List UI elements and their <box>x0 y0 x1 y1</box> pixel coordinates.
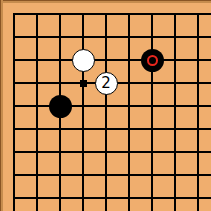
grid-line-horizontal <box>13 105 211 107</box>
black-stone <box>141 49 164 72</box>
board-frame-top-edge <box>0 0 211 3</box>
grid-line-vertical <box>105 13 107 211</box>
black-stone <box>49 95 72 118</box>
go-board-diagram: 2 <box>0 0 211 211</box>
white-stone: 2 <box>95 72 118 95</box>
stone-move-number: 2 <box>101 76 111 91</box>
grid-line-vertical <box>174 13 176 211</box>
grid-line-vertical <box>151 13 153 211</box>
grid-line-vertical <box>13 13 15 211</box>
grid-line-horizontal <box>13 197 211 199</box>
grid-line-horizontal <box>13 151 211 153</box>
grid-line-vertical <box>82 13 84 211</box>
white-stone <box>72 49 95 72</box>
grid-line-horizontal <box>13 128 211 130</box>
grid-line-vertical <box>128 13 130 211</box>
go-board: 2 <box>0 0 211 211</box>
hoshi-point <box>80 80 87 87</box>
grid-line-horizontal <box>13 174 211 176</box>
red-circle-marker-icon <box>147 55 158 66</box>
grid-line-vertical <box>36 13 38 211</box>
grid-line-horizontal <box>13 36 211 38</box>
grid-line-horizontal <box>13 13 211 15</box>
board-frame-left-edge <box>0 0 3 211</box>
grid-line-vertical <box>197 13 199 211</box>
grid-line-horizontal <box>13 59 211 61</box>
